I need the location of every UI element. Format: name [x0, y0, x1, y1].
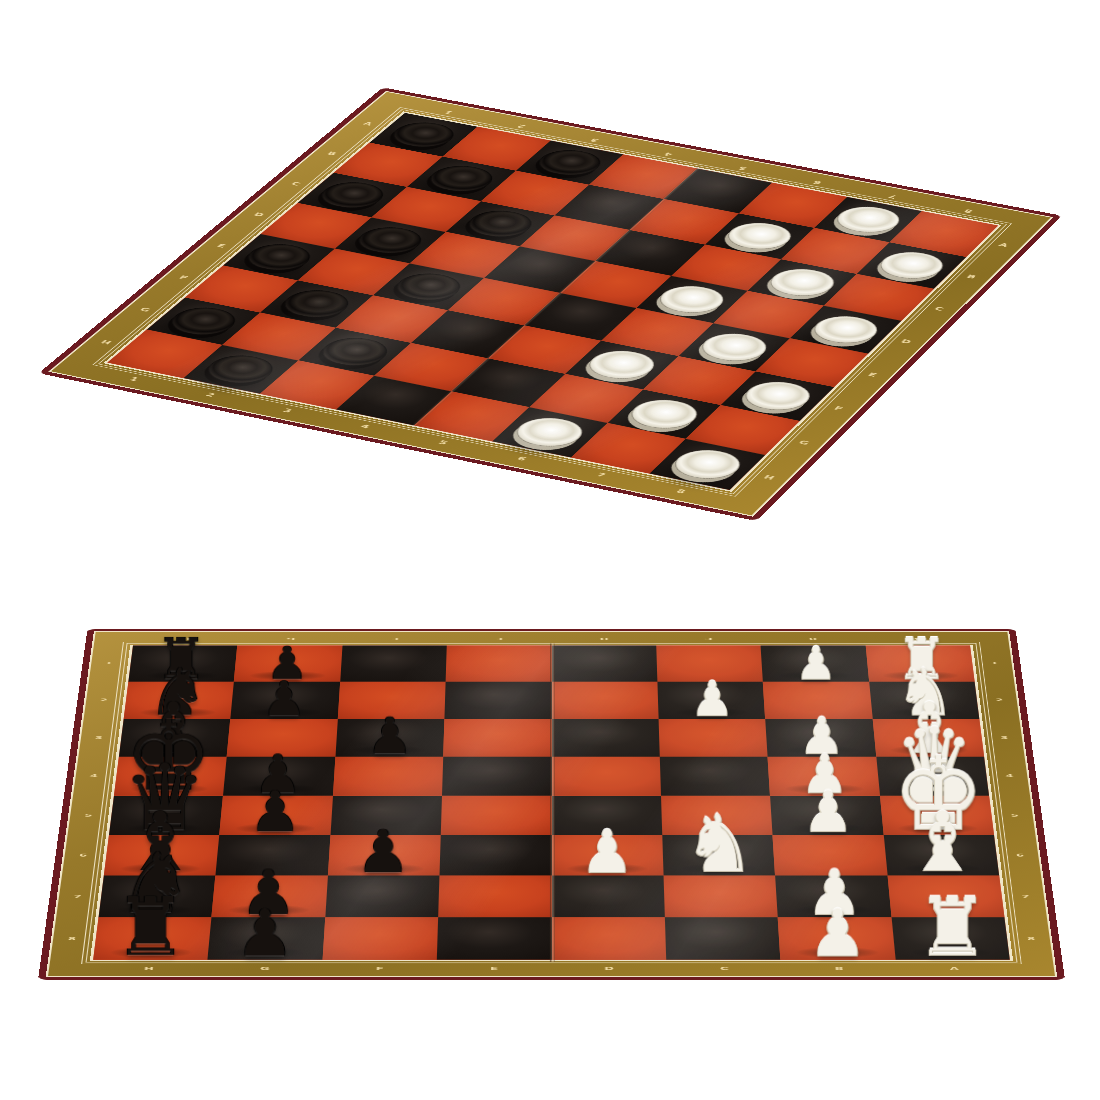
coord-label: 3: [281, 407, 294, 414]
coord-label: 2: [516, 123, 528, 129]
coord-label: 7: [887, 193, 899, 199]
black-pawn[interactable]: ♟: [263, 678, 306, 721]
coord-label: 3: [95, 735, 103, 740]
coord-label: 1: [990, 661, 998, 665]
chess-board-edge: HGFEDCBA HGFEDCBA 12345678 12345678 ♜♟♟♜…: [38, 629, 1065, 979]
coord-label: 1: [128, 376, 141, 383]
white-rook[interactable]: ♜: [916, 891, 988, 964]
coord-label: E: [215, 243, 227, 249]
coord-label: C: [720, 966, 729, 971]
coord-label: 6: [515, 455, 528, 462]
coord-label: E: [867, 371, 879, 378]
coord-label: D: [899, 338, 913, 345]
coord-label: H: [144, 966, 154, 971]
coord-label: 4: [1005, 774, 1013, 779]
coord-label: C: [705, 637, 713, 641]
coord-label: 7: [1021, 894, 1030, 899]
coord-label: 3: [1000, 735, 1008, 740]
black-pawn[interactable]: ♟: [250, 787, 301, 838]
coord-label: 1: [443, 109, 455, 115]
coord-label: 1: [105, 661, 113, 665]
coord-label: G: [138, 306, 152, 313]
chess-coords-far: HGFEDCBA: [133, 636, 971, 641]
coord-label: A: [361, 121, 374, 127]
coord-label: H: [762, 474, 776, 481]
coord-label: 8: [1027, 936, 1036, 941]
black-pawn[interactable]: ♟: [236, 904, 294, 962]
coord-label: G: [797, 439, 811, 446]
coord-label: 8: [963, 208, 975, 214]
coord-label: 8: [675, 488, 688, 495]
checkers-fold-seam: [409, 166, 702, 428]
checkers-board-gold-border: 12345678 12345678 ABCDEFGH ABCDEFGH: [48, 91, 1053, 517]
coord-label: 6: [79, 853, 87, 858]
white-pawn[interactable]: ♟: [690, 678, 733, 721]
coord-label: F: [832, 405, 844, 412]
white-knight[interactable]: ♞: [684, 808, 756, 880]
coord-label: 6: [812, 179, 824, 185]
coord-label: 7: [73, 894, 82, 899]
white-pawn[interactable]: ♟: [803, 787, 854, 838]
coord-label: 2: [995, 698, 1003, 702]
checkers-board: 12345678 12345678 ABCDEFGH ABCDEFGH: [39, 87, 1063, 521]
coord-label: 2: [204, 391, 217, 398]
coord-label: 5: [1010, 813, 1018, 818]
coord-label: B: [835, 966, 844, 971]
coord-label: C: [289, 181, 302, 187]
coord-label: D: [252, 211, 266, 217]
coord-label: 5: [437, 439, 450, 446]
coord-label: 6: [1016, 853, 1024, 858]
coord-label: 7: [595, 471, 608, 478]
coord-label: G: [260, 966, 270, 971]
white-bishop[interactable]: ♝: [906, 806, 979, 880]
coord-label: D: [599, 637, 608, 641]
coord-label: E: [490, 966, 498, 971]
coord-label: 4: [663, 151, 675, 157]
coord-label: 8: [68, 936, 77, 941]
coord-label: H: [99, 339, 113, 346]
coord-label: E: [496, 637, 503, 641]
coord-label: 5: [84, 813, 92, 818]
coord-label: 3: [589, 137, 601, 143]
coord-label: F: [376, 966, 384, 971]
coord-label: 5: [737, 165, 749, 171]
chess-board: HGFEDCBA HGFEDCBA 12345678 12345678 ♜♟♟♜…: [38, 629, 1065, 979]
coord-label: 4: [359, 423, 372, 430]
coord-label: B: [965, 273, 978, 279]
coord-label: A: [949, 966, 959, 971]
black-pawn[interactable]: ♟: [357, 825, 410, 878]
white-pawn[interactable]: ♟: [809, 904, 867, 962]
black-rook[interactable]: ♜: [115, 891, 187, 964]
coord-label: 2: [100, 698, 108, 702]
product-photo-canvas: 12345678 12345678 ABCDEFGH ABCDEFGH HGFE…: [0, 0, 1100, 1100]
coord-label: C: [933, 306, 946, 312]
coord-label: D: [604, 966, 614, 971]
coord-label: A: [997, 242, 1010, 248]
white-pawn[interactable]: ♟: [795, 643, 836, 684]
chess-board-gold-border: HGFEDCBA HGFEDCBA 12345678 12345678 ♜♟♟♜…: [46, 631, 1057, 976]
coord-label: 4: [89, 774, 97, 779]
white-pawn[interactable]: ♟: [581, 825, 634, 878]
black-pawn[interactable]: ♟: [367, 714, 412, 759]
coord-label: F: [177, 274, 190, 280]
chess-coords-near: HGFEDCBA: [91, 966, 1013, 972]
checkers-board-edge: 12345678 12345678 ABCDEFGH ABCDEFGH: [39, 87, 1063, 521]
coord-label: F: [392, 637, 399, 641]
coord-label: B: [326, 150, 339, 156]
